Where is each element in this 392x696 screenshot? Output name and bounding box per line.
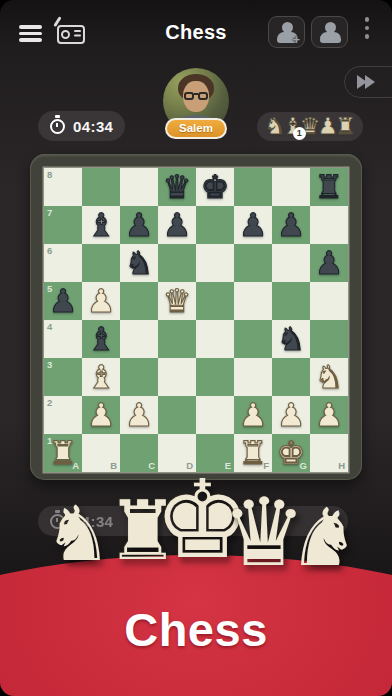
square-e5[interactable] <box>196 282 234 320</box>
square-h7[interactable] <box>310 206 348 244</box>
player-clock-value: 04:34 <box>73 513 113 530</box>
square-g4[interactable]: ♞ <box>272 320 310 358</box>
square-e6[interactable] <box>196 244 234 282</box>
rank-label: 3 <box>47 360 52 370</box>
white-pawn[interactable]: ♟ <box>315 399 344 431</box>
square-c5[interactable] <box>120 282 158 320</box>
square-a7[interactable]: 7 <box>44 206 82 244</box>
black-pawn[interactable]: ♟ <box>49 285 78 317</box>
square-a4[interactable]: 4 <box>44 320 82 358</box>
square-f4[interactable] <box>234 320 272 358</box>
rank-label: 4 <box>47 322 52 332</box>
square-d2[interactable] <box>158 396 196 434</box>
square-e8[interactable]: ♚ <box>196 168 234 206</box>
square-g3[interactable] <box>272 358 310 396</box>
chat-button[interactable] <box>311 16 348 48</box>
rank-label: 8 <box>47 170 52 180</box>
square-e1[interactable]: E <box>196 434 234 472</box>
captured-pieces-tray: ♞♝♛1♟♜ <box>257 112 363 141</box>
opponent-name-badge[interactable]: Salem <box>165 118 227 139</box>
black-pawn[interactable]: ♟ <box>315 247 344 279</box>
square-g6[interactable] <box>272 244 310 282</box>
opponent-clock: 04:34 <box>38 111 125 141</box>
file-label: D <box>186 461 193 471</box>
stopwatch-icon <box>50 119 65 134</box>
black-rook[interactable]: ♜ <box>315 171 344 203</box>
square-d6[interactable] <box>158 244 196 282</box>
glasses <box>184 92 208 101</box>
square-b2[interactable]: ♟ <box>82 396 120 434</box>
white-pawn[interactable]: ♟ <box>87 285 116 317</box>
square-b4[interactable]: ♝ <box>82 320 120 358</box>
app-screen: Chess + 04:34 Salem ♞♝♛1♟♜ 8♛♚♜7♝♟♟♟♟6♞♟… <box>0 0 392 696</box>
add-friend-button[interactable]: + <box>268 16 305 48</box>
white-pawn[interactable]: ♟ <box>87 399 116 431</box>
black-knight[interactable]: ♞ <box>277 323 306 355</box>
square-a1[interactable]: 1A♜ <box>44 434 82 472</box>
square-e2[interactable] <box>196 396 234 434</box>
player-clock-bar: 04:34 <box>38 506 348 536</box>
file-label: B <box>110 461 117 471</box>
square-a8[interactable]: 8 <box>44 168 82 206</box>
square-d3[interactable] <box>158 358 196 396</box>
square-g2[interactable]: ♟ <box>272 396 310 434</box>
square-b3[interactable]: ♝ <box>82 358 120 396</box>
chat-person-icon <box>325 22 336 33</box>
square-e4[interactable] <box>196 320 234 358</box>
white-rook[interactable]: ♜ <box>239 437 268 469</box>
black-pawn[interactable]: ♟ <box>163 209 192 241</box>
square-a5[interactable]: 5♟ <box>44 282 82 320</box>
square-g1[interactable]: G♚ <box>272 434 310 472</box>
square-h1[interactable]: H <box>310 434 348 472</box>
square-h5[interactable] <box>310 282 348 320</box>
rank-label: 7 <box>47 208 52 218</box>
square-f7[interactable]: ♟ <box>234 206 272 244</box>
overflow-menu-icon[interactable] <box>361 17 373 47</box>
square-b5[interactable]: ♟ <box>82 282 120 320</box>
square-d1[interactable]: D <box>158 434 196 472</box>
square-b7[interactable]: ♝ <box>82 206 120 244</box>
square-c3[interactable] <box>120 358 158 396</box>
square-c2[interactable]: ♟ <box>120 396 158 434</box>
square-d4[interactable] <box>158 320 196 358</box>
square-a3[interactable]: 3 <box>44 358 82 396</box>
black-knight[interactable]: ♞ <box>125 247 154 279</box>
square-a2[interactable]: 2 <box>44 396 82 434</box>
black-bishop[interactable]: ♝ <box>87 209 116 241</box>
white-queen[interactable]: ♛ <box>163 285 192 317</box>
black-pawn[interactable]: ♟ <box>239 209 268 241</box>
square-f5[interactable] <box>234 282 272 320</box>
square-d8[interactable]: ♛ <box>158 168 196 206</box>
square-e7[interactable] <box>196 206 234 244</box>
black-queen[interactable]: ♛ <box>163 171 192 203</box>
black-pawn[interactable]: ♟ <box>125 209 154 241</box>
fast-forward-button[interactable] <box>344 66 392 98</box>
square-h3[interactable]: ♞ <box>310 358 348 396</box>
fast-forward-icon <box>357 75 375 93</box>
square-f2[interactable]: ♟ <box>234 396 272 434</box>
file-label: H <box>338 461 345 471</box>
rank-label: 2 <box>47 398 52 408</box>
square-d7[interactable]: ♟ <box>158 206 196 244</box>
square-f6[interactable] <box>234 244 272 282</box>
top-bar: Chess + <box>0 10 392 56</box>
captured-count-badge: 1 <box>293 127 306 140</box>
square-c6[interactable]: ♞ <box>120 244 158 282</box>
square-c7[interactable]: ♟ <box>120 206 158 244</box>
captured-rook: ♜ <box>335 115 356 138</box>
white-pawn[interactable]: ♟ <box>125 399 154 431</box>
square-f1[interactable]: F♜ <box>234 434 272 472</box>
white-pawn[interactable]: ♟ <box>239 399 268 431</box>
file-label: E <box>225 461 231 471</box>
black-bishop[interactable]: ♝ <box>87 323 116 355</box>
square-h6[interactable]: ♟ <box>310 244 348 282</box>
square-d5[interactable]: ♛ <box>158 282 196 320</box>
chess-board-frame: 8♛♚♜7♝♟♟♟♟6♞♟5♟♟♛4♝♞3♝♞2♟♟♟♟♟1A♜BCDEF♜G♚… <box>30 154 362 480</box>
white-knight[interactable]: ♞ <box>315 361 344 393</box>
square-b6[interactable] <box>82 244 120 282</box>
black-pawn[interactable]: ♟ <box>277 209 306 241</box>
square-b8[interactable] <box>82 168 120 206</box>
square-h4[interactable] <box>310 320 348 358</box>
banner-title: Chess <box>0 602 392 657</box>
square-f3[interactable] <box>234 358 272 396</box>
square-a6[interactable]: 6 <box>44 244 82 282</box>
rank-label: 6 <box>47 246 52 256</box>
square-c8[interactable] <box>120 168 158 206</box>
white-rook[interactable]: ♜ <box>49 437 78 469</box>
square-b1[interactable]: B <box>82 434 120 472</box>
white-bishop[interactable]: ♝ <box>87 361 116 393</box>
white-king[interactable]: ♚ <box>277 437 306 469</box>
black-king[interactable]: ♚ <box>201 171 230 203</box>
square-c1[interactable]: C <box>120 434 158 472</box>
file-label: C <box>148 461 155 471</box>
square-e3[interactable] <box>196 358 234 396</box>
opponent-clock-value: 04:34 <box>73 118 113 135</box>
square-g7[interactable]: ♟ <box>272 206 310 244</box>
square-h8[interactable]: ♜ <box>310 168 348 206</box>
square-g8[interactable] <box>272 168 310 206</box>
chess-board[interactable]: 8♛♚♜7♝♟♟♟♟6♞♟5♟♟♛4♝♞3♝♞2♟♟♟♟♟1A♜BCDEF♜G♚… <box>44 168 348 472</box>
square-g5[interactable] <box>272 282 310 320</box>
square-c4[interactable] <box>120 320 158 358</box>
white-pawn[interactable]: ♟ <box>277 399 306 431</box>
square-f8[interactable] <box>234 168 272 206</box>
stopwatch-icon <box>50 514 65 529</box>
square-h2[interactable]: ♟ <box>310 396 348 434</box>
